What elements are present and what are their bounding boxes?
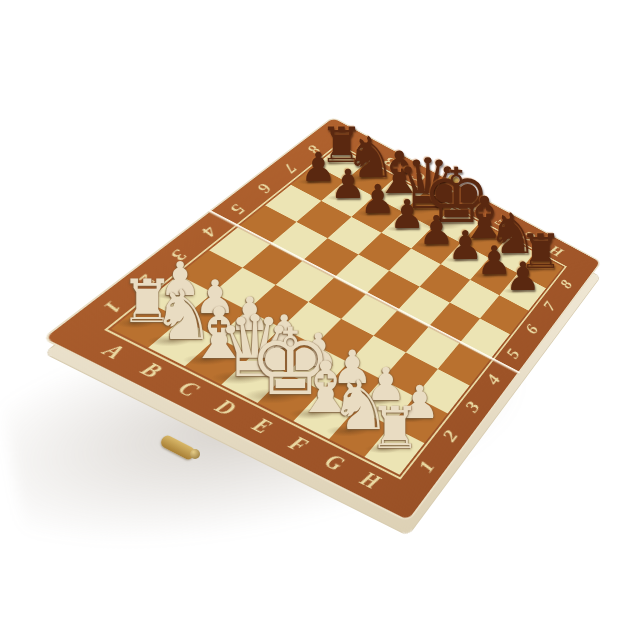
- rank-label-right-4: 4: [483, 372, 504, 387]
- rank-label-left-2: 2: [134, 272, 161, 288]
- file-label-bottom-e: E: [248, 415, 276, 438]
- brass-clasp-knob: [190, 449, 200, 459]
- file-label-top-c: C: [409, 170, 429, 185]
- file-label-top-a: A: [352, 139, 373, 153]
- file-label-top-g: G: [519, 228, 538, 244]
- file-label-top-h: H: [547, 243, 566, 259]
- file-label-bottom-c: C: [174, 378, 204, 400]
- rank-label-right-8: 8: [557, 278, 575, 291]
- file-label-bottom-g: G: [321, 451, 349, 475]
- rank-label-left-4: 4: [197, 224, 221, 239]
- file-label-top-f: F: [492, 214, 510, 229]
- file-label-bottom-f: F: [285, 433, 312, 456]
- rank-label-left-3: 3: [166, 247, 191, 262]
- file-label-bottom-d: D: [210, 396, 240, 419]
- file-label-bottom-h: H: [356, 468, 384, 492]
- file-label-top-b: B: [380, 155, 400, 169]
- rank-label-left-7: 7: [279, 161, 301, 174]
- rank-label-right-2: 2: [439, 427, 462, 443]
- rank-label-right-5: 5: [503, 346, 523, 361]
- rank-label-right-3: 3: [462, 399, 484, 415]
- rank-label-left-6: 6: [253, 181, 276, 195]
- file-label-top-d: D: [436, 184, 456, 199]
- rank-label-left-1: 1: [99, 298, 127, 315]
- file-label-top-e: E: [465, 199, 484, 214]
- chess-set-photo: ABCDEFGHABCDEFGH8765432187654321 ♜♞♝♛♚♝♞…: [0, 0, 640, 640]
- rank-label-right-7: 7: [540, 299, 559, 313]
- rank-label-left-8: 8: [304, 143, 325, 156]
- rank-label-right-1: 1: [415, 458, 439, 475]
- file-label-bottom-a: A: [98, 340, 129, 362]
- rank-label-right-6: 6: [522, 322, 542, 336]
- rank-label-left-5: 5: [226, 202, 249, 216]
- file-label-bottom-b: B: [136, 359, 167, 381]
